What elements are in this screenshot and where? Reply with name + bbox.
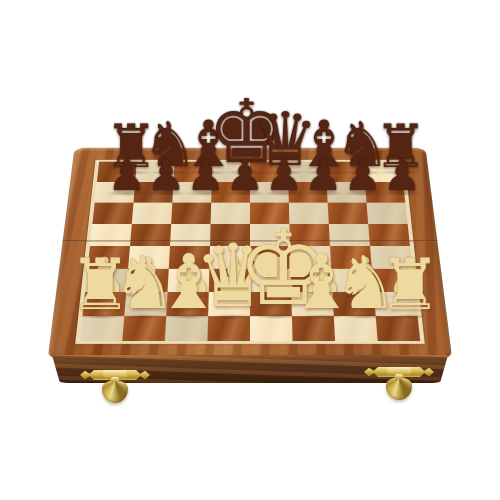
product-photo-scene: ♜♞♝♚♛♝♞♜♟♟♟♟♟♟♟♟♟♟♟♟♟♟♟♟♜♞♝♛♚♝♞♜ bbox=[0, 0, 500, 500]
pieces-layer: ♜♞♝♚♛♝♞♜♟♟♟♟♟♟♟♟♟♟♟♟♟♟♟♟♜♞♝♛♚♝♞♜ bbox=[0, 0, 500, 500]
white-rook[interactable]: ♜ bbox=[370, 250, 450, 321]
black-pawn[interactable]: ♟ bbox=[362, 154, 442, 197]
